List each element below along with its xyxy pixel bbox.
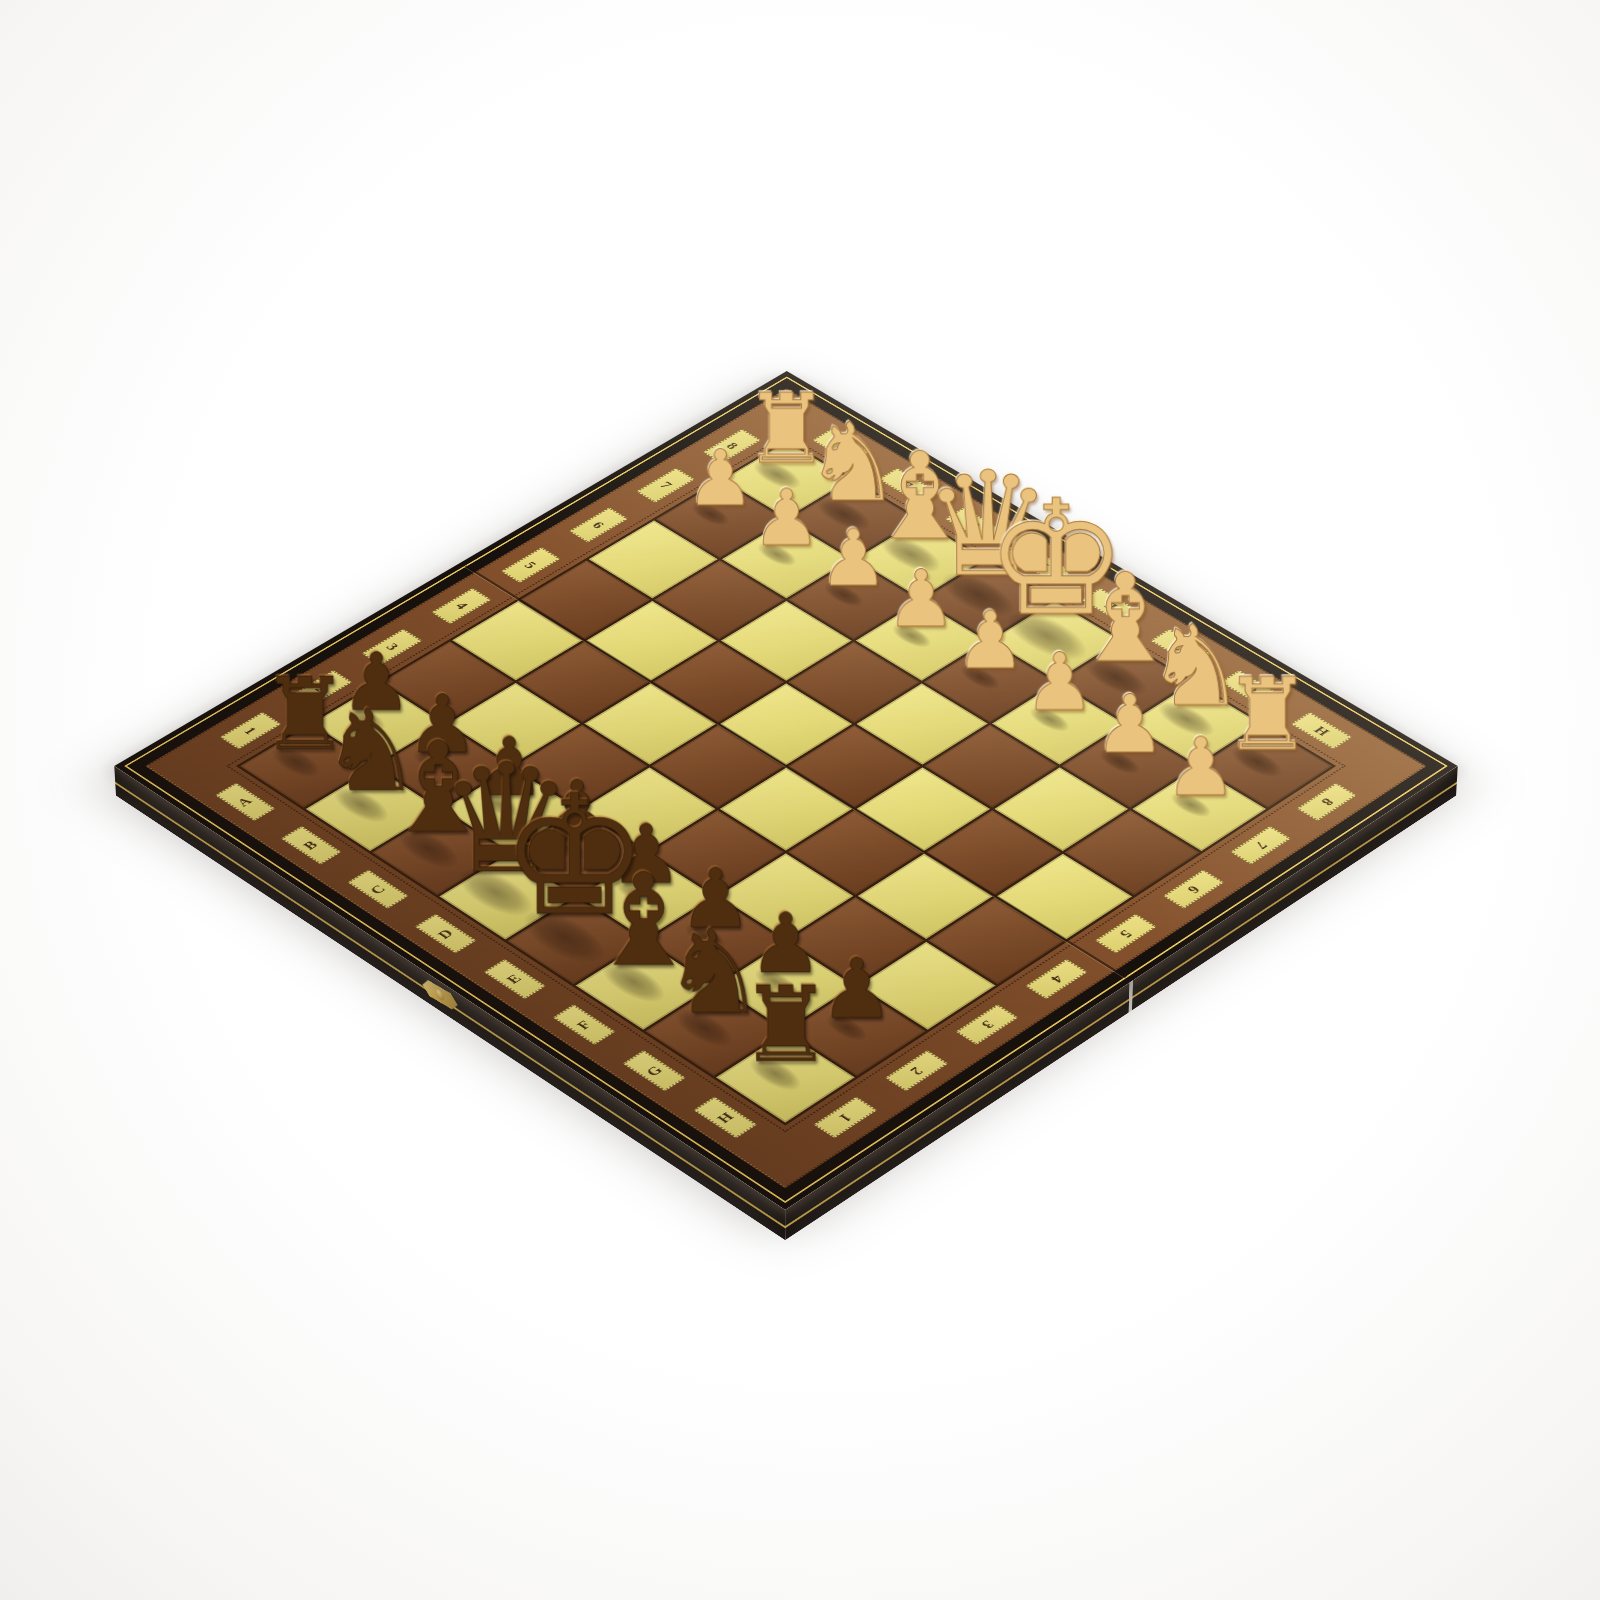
coord-text: 7: [1251, 839, 1269, 850]
piece-shadow: [749, 965, 803, 999]
square-h5: [997, 854, 1132, 940]
board-grid: [236, 439, 1336, 1125]
coord-label-se-6: 6: [1163, 870, 1224, 909]
piece-shadow: [388, 823, 469, 874]
coord-label-sw-h: H: [694, 1097, 758, 1139]
piece-shadow: [820, 1010, 874, 1045]
square-h2: [788, 987, 926, 1076]
coord-text: G: [643, 1063, 665, 1077]
coord-label-sw-d: D: [415, 914, 477, 954]
coord-label-sw-e: E: [483, 959, 545, 999]
square-d2: [511, 810, 645, 895]
square-h3: [858, 942, 995, 1030]
square-g1: [646, 987, 784, 1076]
coord-label-se-5: 5: [1095, 914, 1157, 954]
square-h4: [928, 898, 1064, 985]
coord-text: F: [1171, 641, 1190, 653]
square-h1: [716, 1033, 855, 1123]
coord-text: E: [504, 972, 525, 985]
coord-text: G: [1240, 682, 1261, 695]
piece-shadow: [679, 920, 732, 954]
coord-text: D: [1032, 559, 1052, 571]
piece-shadow: [592, 955, 675, 1008]
square-h7: [1133, 767, 1267, 851]
coord-text: A: [235, 795, 256, 808]
piece-shadow: [609, 875, 662, 909]
coord-text: 6: [590, 520, 608, 530]
coord-text: H: [1311, 724, 1332, 737]
square-e2: [579, 854, 714, 940]
chess-board: AA88BB77CC66DD55EE44FF33GG22HH11 ♜♞♟♝♟♛♟…: [114, 371, 1458, 1210]
square-f2: [647, 898, 783, 985]
piece-shadow: [325, 782, 397, 828]
coord-label-sw-c: C: [348, 870, 409, 909]
coord-text: 6: [1184, 883, 1203, 895]
piece-shadow: [666, 1003, 741, 1052]
coord-text: 3: [383, 642, 401, 653]
photo-scene: AA88BB77CC66DD55EE44FF33GG22HH11 ♜♞♟♝♟♛♟…: [0, 0, 1600, 1600]
square-g2: [717, 942, 854, 1030]
square-f5: [857, 767, 991, 851]
coord-text: C: [368, 882, 389, 895]
coord-text: 5: [522, 560, 540, 571]
coord-text: D: [435, 927, 456, 940]
square-g4: [858, 854, 993, 940]
coord-label-se-2: 2: [885, 1050, 948, 1091]
coord-label-sw-a: A: [215, 783, 275, 821]
coord-label-sw-f: F: [553, 1004, 616, 1045]
piece-shadow: [511, 903, 618, 972]
coord-text: B: [301, 839, 321, 852]
coord-text: 2: [313, 683, 331, 694]
square-h6: [1065, 810, 1199, 895]
piece-shadow: [447, 861, 544, 923]
square-f4: [788, 810, 922, 895]
square-g6: [995, 767, 1129, 851]
square-e3: [649, 810, 783, 895]
coord-label-se-8: 8: [1297, 783, 1357, 821]
square-c2: [443, 767, 577, 851]
coord-text: 7: [657, 480, 674, 490]
coord-text: 4: [453, 600, 471, 611]
square-e4: [719, 767, 853, 851]
piece-shadow: [541, 832, 593, 865]
coord-text: 8: [724, 441, 741, 451]
square-g5: [927, 810, 1061, 895]
coord-text: A: [831, 440, 851, 452]
coord-text: 8: [1318, 796, 1336, 807]
coord-text: 2: [907, 1065, 926, 1077]
square-f3: [718, 854, 853, 940]
coord-text: B: [898, 479, 917, 491]
square-b1: [306, 767, 440, 851]
square-d1: [439, 854, 574, 940]
coord-text: H: [714, 1110, 736, 1125]
coord-text: C: [964, 519, 984, 531]
coord-text: 5: [1116, 928, 1135, 940]
coord-text: E: [1101, 600, 1120, 612]
square-g3: [788, 898, 924, 985]
fold-seam-notch: [1129, 980, 1133, 1012]
square-c1: [372, 810, 506, 895]
piece-shadow: [741, 1052, 809, 1096]
coord-text: 3: [978, 1018, 997, 1030]
coord-text: F: [574, 1018, 594, 1031]
coord-label-sw-g: G: [623, 1050, 686, 1091]
coord-label-se-4: 4: [1026, 959, 1088, 999]
coord-text: 1: [836, 1111, 855, 1123]
coord-text: 4: [1047, 973, 1066, 985]
coord-label-se-7: 7: [1230, 826, 1291, 865]
board-face: AA88BB77CC66DD55EE44FF33GG22HH11: [114, 371, 1458, 1210]
piece-shadow: [1164, 788, 1217, 821]
coord-text: 1: [241, 725, 259, 736]
piece-shadow: [474, 788, 526, 821]
square-f1: [576, 942, 713, 1030]
square-e1: [507, 898, 643, 985]
square-d3: [581, 767, 715, 851]
coord-label-se-1: 1: [813, 1097, 877, 1139]
coord-label-se-3: 3: [956, 1004, 1019, 1045]
coord-label-sw-b: B: [281, 826, 342, 865]
